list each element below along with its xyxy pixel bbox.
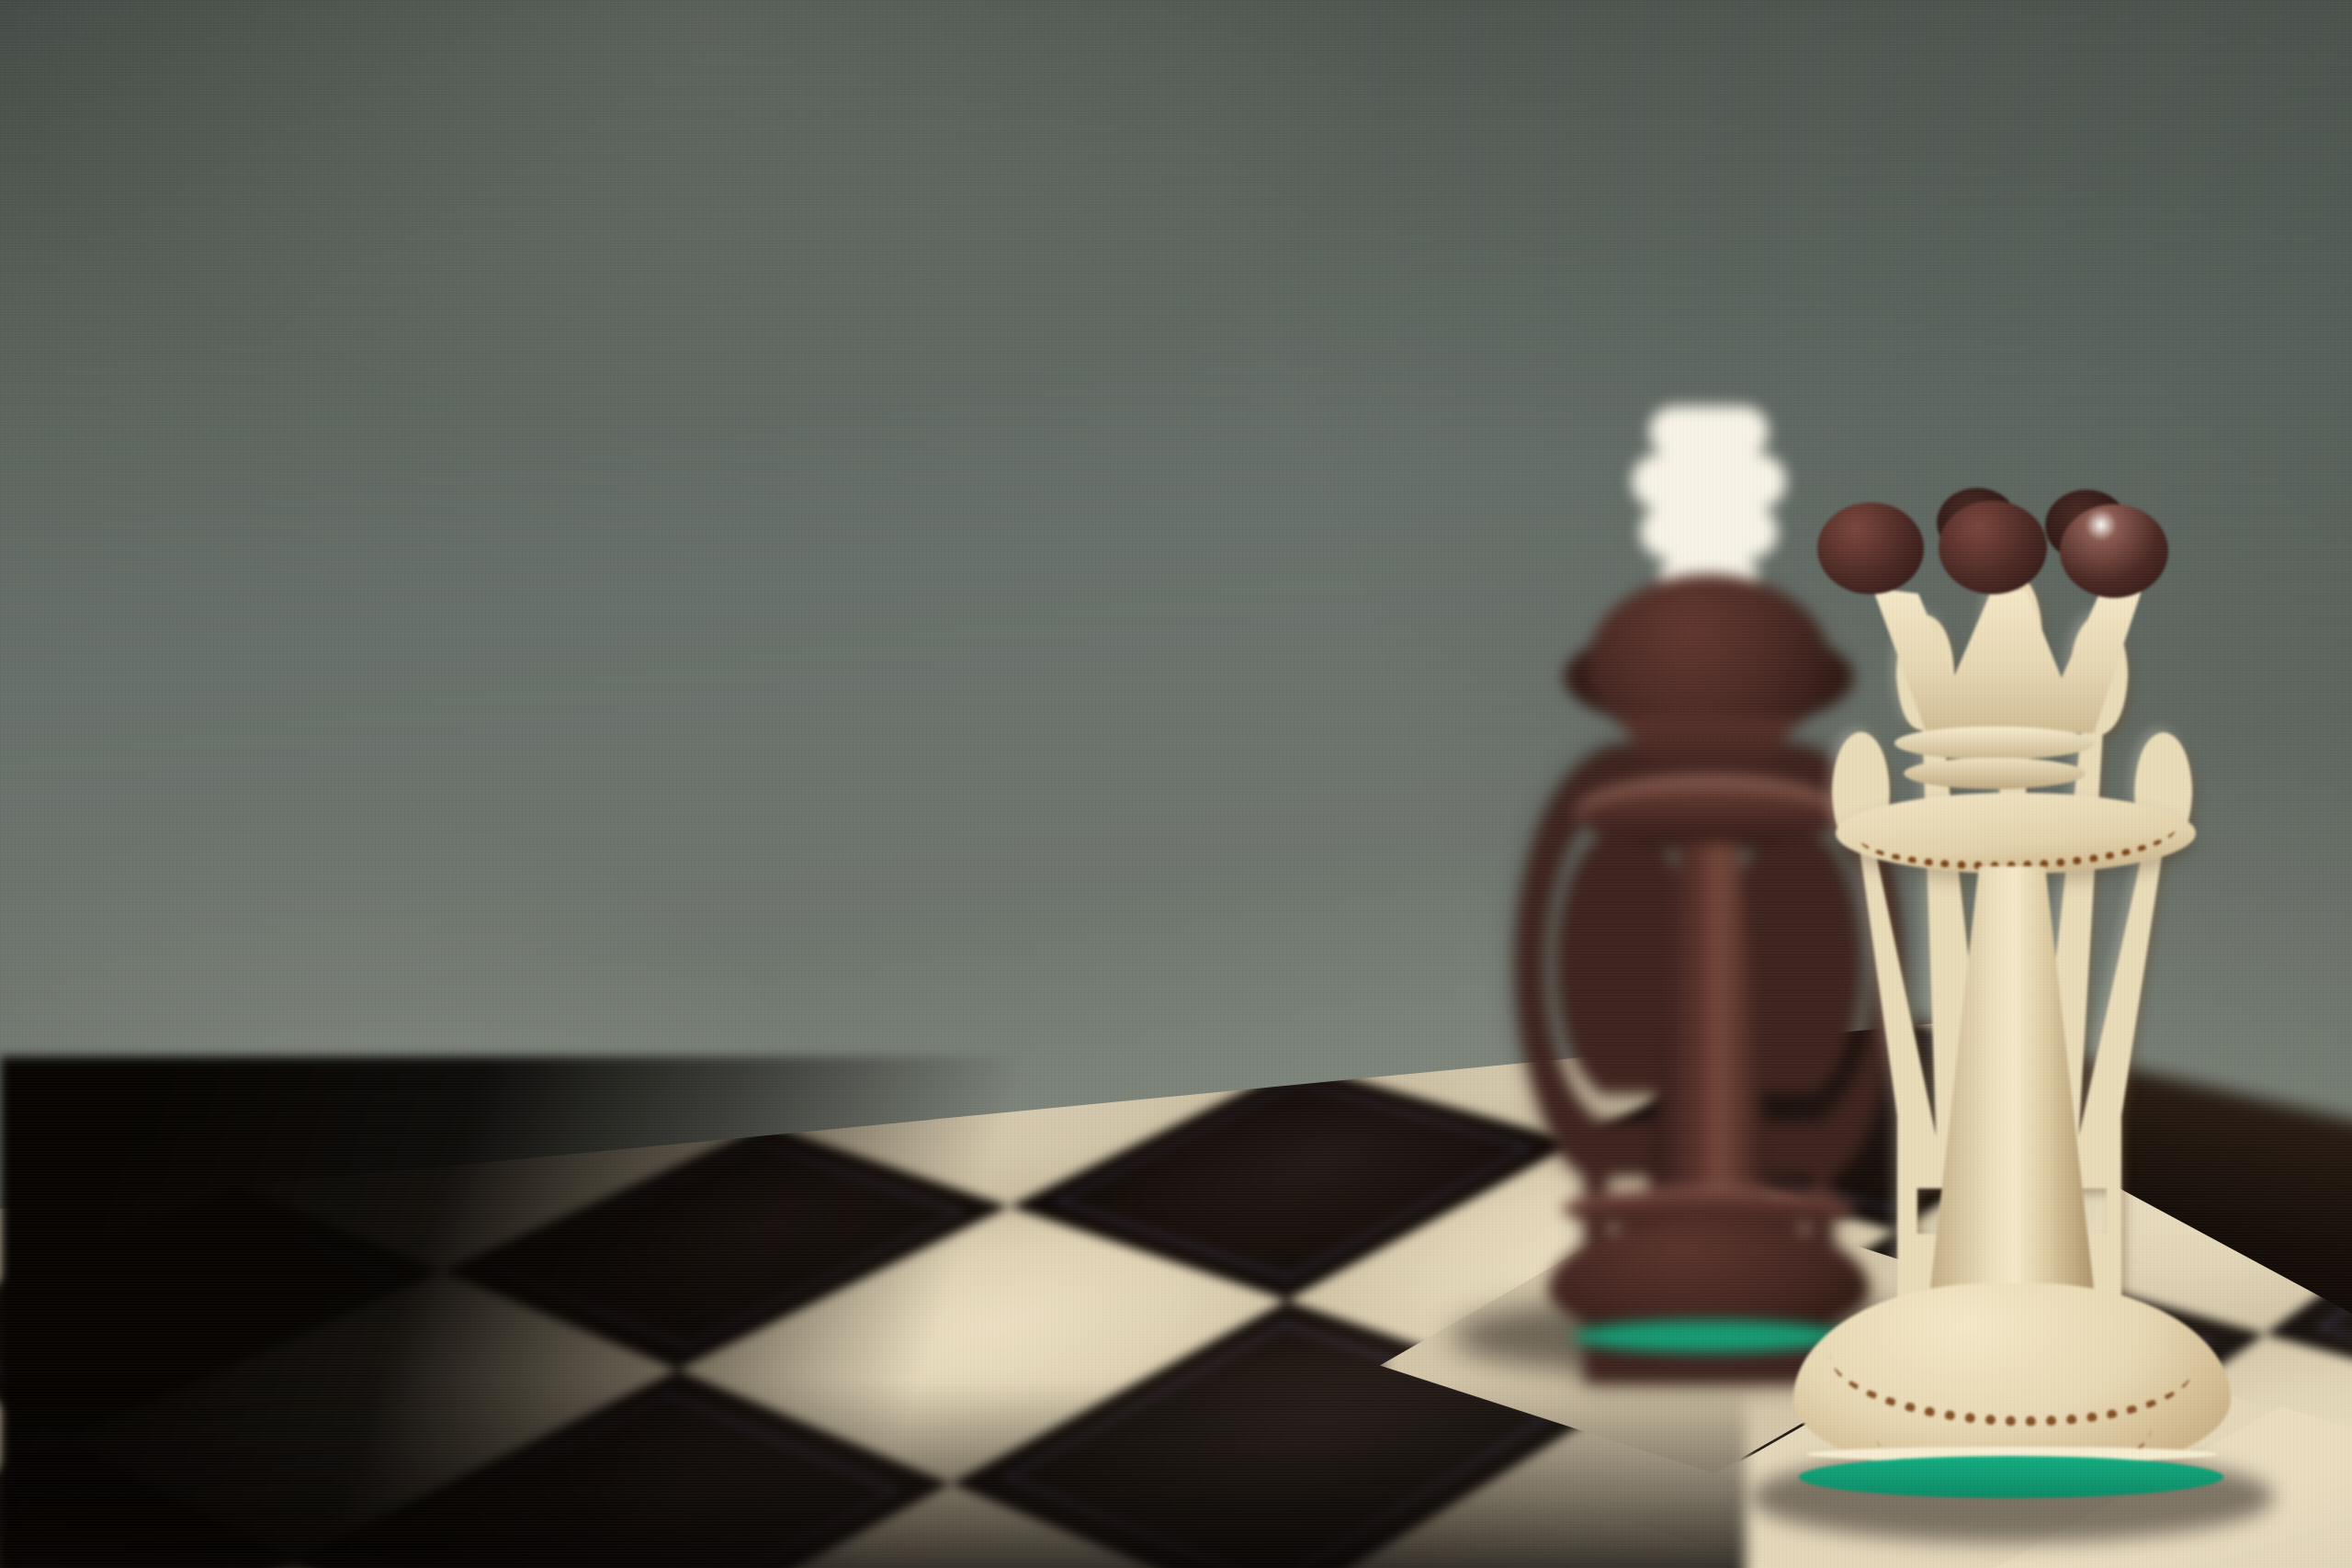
piece-white-queen[interactable]: ♛ <box>1792 501 2233 1502</box>
queen-crown-bead <box>1939 501 2047 594</box>
king-white-finial-tier <box>1632 454 1786 509</box>
queen-crown-bead <box>2060 504 2168 598</box>
king-white-finial-tier <box>1640 505 1778 558</box>
king-white-finial-tier <box>1649 406 1769 457</box>
queen-felt-pad <box>1799 1456 2223 1498</box>
bottom-foreground-shadow <box>0 1357 1746 1568</box>
queen-crown-ring <box>1894 727 2095 760</box>
queen-crown-ring <box>1904 758 2086 789</box>
chess-photo-stage: ♚ ♛ <box>0 0 2352 1568</box>
queen-crown-bead <box>1817 502 1924 594</box>
